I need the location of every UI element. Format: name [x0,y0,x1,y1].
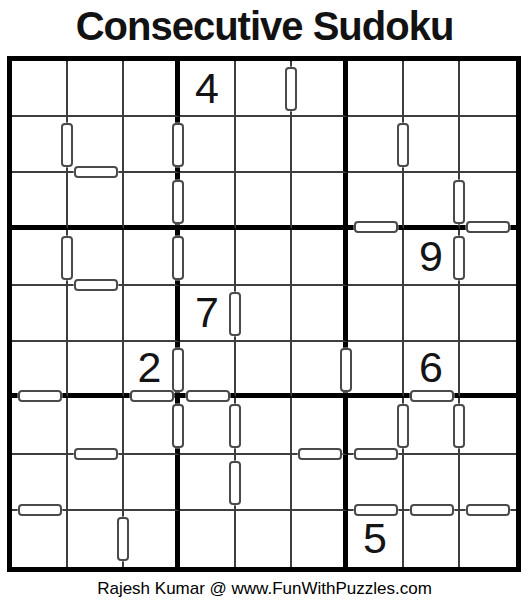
cell-r4c4[interactable] [180,230,236,286]
consecutive-marker-r2c7-r2c8 [397,123,409,167]
consecutive-marker-r6c1-r7c1 [18,390,62,402]
consecutive-marker-r4c8-r4c9 [453,236,465,280]
cell-r5c6[interactable] [292,286,348,342]
page-title: Consecutive Sudoku [0,4,529,49]
cell-r8c6[interactable] [292,455,348,511]
consecutive-marker-r8c7-r9c7 [354,504,398,516]
cell-r5c7[interactable] [348,286,404,342]
cell-r8c4[interactable] [180,455,236,511]
cell-r5c8[interactable] [404,286,460,342]
cell-r6c2[interactable] [68,342,124,398]
consecutive-marker-r5c4-r5c5 [229,292,241,336]
cell-r6c5[interactable] [236,342,292,398]
cell-r8c7[interactable] [348,455,404,511]
consecutive-marker-r2c1-r2c2 [61,123,73,167]
cell-r5c3[interactable] [124,286,180,342]
cell-r6c7[interactable] [348,342,404,398]
consecutive-marker-r3c7-r4c7 [354,221,398,233]
cell-r3c2[interactable] [68,173,124,229]
cell-r2c9[interactable] [460,117,516,173]
consecutive-marker-r3c8-r3c9 [453,180,465,224]
cell-r1c9[interactable] [460,61,516,117]
consecutive-marker-r4c2-r5c2 [74,279,118,291]
cell-r9c7: 5 [348,511,404,567]
cell-r4c6[interactable] [292,230,348,286]
cell-r7c9[interactable] [460,398,516,454]
cell-r4c1[interactable] [12,230,68,286]
consecutive-marker-r8c1-r9c1 [18,504,62,516]
consecutive-marker-r4c1-r4c2 [61,236,73,280]
consecutive-marker-r9c2-r9c3 [117,517,129,561]
cell-r2c4[interactable] [180,117,236,173]
cell-r8c3[interactable] [124,455,180,511]
consecutive-marker-r3c3-r3c4 [172,180,184,224]
consecutive-marker-r6c3-r6c4 [172,348,184,392]
cell-r1c7[interactable] [348,61,404,117]
cell-r3c6[interactable] [292,173,348,229]
cell-r4c8: 9 [404,230,460,286]
cell-r1c4: 4 [180,61,236,117]
cell-r9c6[interactable] [292,511,348,567]
consecutive-marker-r7c8-r7c9 [453,404,465,448]
credit-line: Rajesh Kumar @ www.FunWithPuzzles.com [0,579,529,599]
cell-r3c4[interactable] [180,173,236,229]
cell-r2c2[interactable] [68,117,124,173]
cell-r5c9[interactable] [460,286,516,342]
cell-r1c6[interactable] [292,61,348,117]
cell-r8c5[interactable] [236,455,292,511]
cell-r1c2[interactable] [68,61,124,117]
cell-r3c1[interactable] [12,173,68,229]
cell-r9c8[interactable] [404,511,460,567]
cell-r2c6[interactable] [292,117,348,173]
cell-r4c9[interactable] [460,230,516,286]
consecutive-marker-r1c5-r1c6 [285,67,297,111]
cell-r9c5[interactable] [236,511,292,567]
cell-r3c5[interactable] [236,173,292,229]
cell-r4c2[interactable] [68,230,124,286]
cell-r9c2[interactable] [68,511,124,567]
cell-r8c9[interactable] [460,455,516,511]
consecutive-marker-r7c6-r8c6 [298,448,342,460]
consecutive-marker-r6c6-r6c7 [340,348,352,392]
consecutive-marker-r7c7-r8c7 [354,448,398,460]
cell-r7c1[interactable] [12,398,68,454]
consecutive-marker-r7c2-r8c2 [74,448,118,460]
cell-r8c8[interactable] [404,455,460,511]
consecutive-marker-r4c3-r4c4 [172,236,184,280]
consecutive-marker-r2c2-r3c2 [74,166,118,178]
consecutive-marker-r7c7-r7c8 [397,404,409,448]
cell-r7c4[interactable] [180,398,236,454]
cell-r8c2[interactable] [68,455,124,511]
cell-r1c5[interactable] [236,61,292,117]
sudoku-grid: 497265 [12,61,516,567]
cell-r1c3[interactable] [124,61,180,117]
cell-r6c9[interactable] [460,342,516,398]
consecutive-marker-r7c4-r7c5 [229,404,241,448]
cell-r2c7[interactable] [348,117,404,173]
consecutive-marker-r8c4-r8c5 [229,461,241,505]
cell-r9c1[interactable] [12,511,68,567]
consecutive-marker-r6c4-r7c4 [186,390,230,402]
sudoku-board: 497265 [7,56,521,572]
consecutive-marker-r8c9-r9c9 [466,504,510,516]
cell-r7c2[interactable] [68,398,124,454]
consecutive-marker-r3c9-r4c9 [466,221,510,233]
cell-r5c1[interactable] [12,286,68,342]
cell-r2c8[interactable] [404,117,460,173]
cell-r5c4: 7 [180,286,236,342]
cell-r1c1[interactable] [12,61,68,117]
consecutive-marker-r8c8-r9c8 [410,504,454,516]
cell-r1c8[interactable] [404,61,460,117]
cell-r7c5[interactable] [236,398,292,454]
cell-r5c2[interactable] [68,286,124,342]
cell-r7c8[interactable] [404,398,460,454]
cell-r2c5[interactable] [236,117,292,173]
consecutive-marker-r6c8-r7c8 [410,390,454,402]
cell-r7c7[interactable] [348,398,404,454]
cell-r3c8[interactable] [404,173,460,229]
cell-r9c4[interactable] [180,511,236,567]
cell-r2c1[interactable] [12,117,68,173]
cell-r4c5[interactable] [236,230,292,286]
cell-r8c1[interactable] [12,455,68,511]
cell-r9c3[interactable] [124,511,180,567]
consecutive-marker-r6c3-r7c3 [130,390,174,402]
cell-r7c6[interactable] [292,398,348,454]
consecutive-marker-r2c3-r2c4 [172,123,184,167]
cell-r9c9[interactable] [460,511,516,567]
cell-r5c5[interactable] [236,286,292,342]
consecutive-marker-r7c3-r7c4 [172,404,184,448]
cell-r4c7[interactable] [348,230,404,286]
